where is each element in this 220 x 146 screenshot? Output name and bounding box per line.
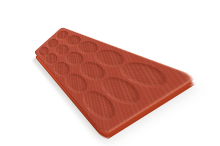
photo-canvas: [0, 0, 220, 146]
baking-tray-surface: [34, 27, 198, 136]
